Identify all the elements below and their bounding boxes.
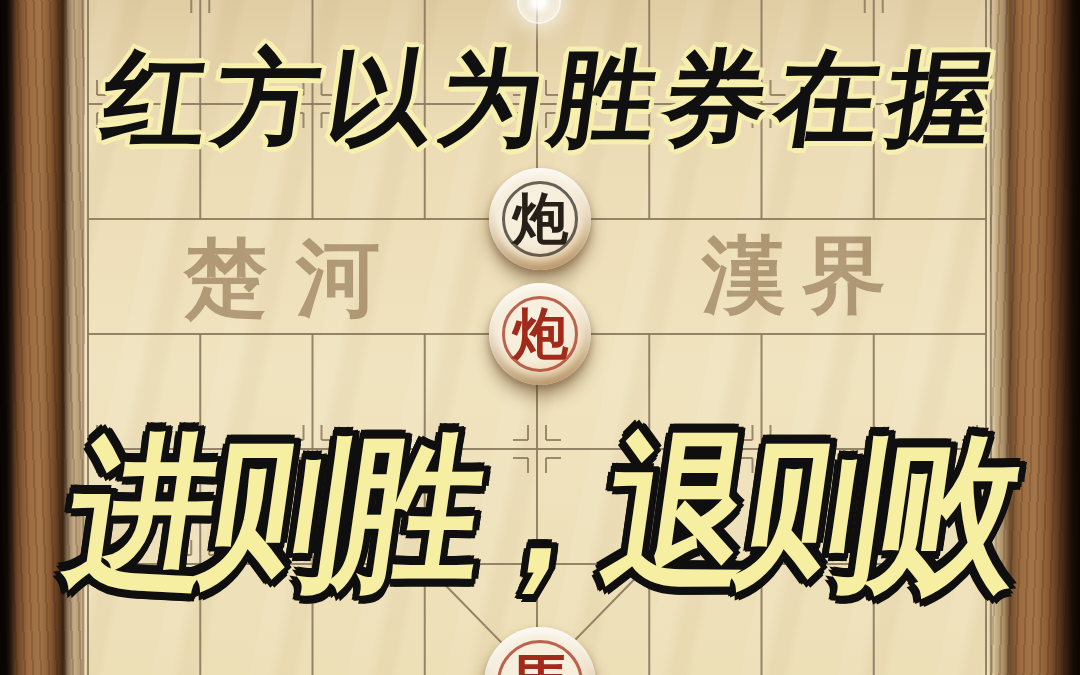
wood-rail-left xyxy=(0,0,85,675)
piece-glyph: 馬 xyxy=(510,652,570,675)
xiangqi-board[interactable]: 楚河 漢界 炮炮馬 xyxy=(0,0,1080,675)
piece-black-cannon[interactable]: 炮 xyxy=(489,168,591,270)
xiangqi-video-frame: 楚河 漢界 炮炮馬 红方以为胜券在握 进则胜，退则败 xyxy=(0,0,1080,675)
piece-glyph: 炮 xyxy=(512,190,568,246)
wood-rail-right xyxy=(990,0,1080,675)
piece-red-cannon[interactable]: 炮 xyxy=(489,283,591,385)
piece-glyph: 炮 xyxy=(512,305,568,361)
